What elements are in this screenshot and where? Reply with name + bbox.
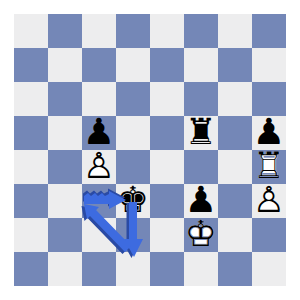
square-b5[interactable] — [48, 116, 82, 150]
square-b8[interactable] — [48, 14, 82, 48]
square-h1[interactable] — [252, 252, 286, 286]
square-h7[interactable] — [252, 48, 286, 82]
square-d8[interactable] — [116, 14, 150, 48]
square-e3[interactable] — [150, 184, 184, 218]
square-e6[interactable] — [150, 82, 184, 116]
square-f8[interactable] — [184, 14, 218, 48]
square-f2[interactable]: ♚♔ — [184, 218, 218, 252]
square-d3[interactable]: ♚ — [116, 184, 150, 218]
square-c8[interactable] — [82, 14, 116, 48]
piece-white-pawn-h3[interactable]: ♟♙ — [252, 184, 286, 218]
square-g8[interactable] — [218, 14, 252, 48]
square-c7[interactable] — [82, 48, 116, 82]
square-f1[interactable] — [184, 252, 218, 286]
square-e5[interactable] — [150, 116, 184, 150]
square-a5[interactable] — [14, 116, 48, 150]
square-d7[interactable] — [116, 48, 150, 82]
square-e1[interactable] — [150, 252, 184, 286]
chess-diagram-page: { "game": "chess", "board": { "rows": 8,… — [0, 0, 300, 300]
chess-board: ♟♜♟♟♙♜♖♚♟♟♙♚♔ — [14, 14, 286, 286]
square-b3[interactable] — [48, 184, 82, 218]
square-a2[interactable] — [14, 218, 48, 252]
square-a1[interactable] — [14, 252, 48, 286]
square-b1[interactable] — [48, 252, 82, 286]
square-e7[interactable] — [150, 48, 184, 82]
square-g4[interactable] — [218, 150, 252, 184]
piece-white-pawn-c4[interactable]: ♟♙ — [82, 150, 116, 184]
square-g2[interactable] — [218, 218, 252, 252]
square-b7[interactable] — [48, 48, 82, 82]
square-c1[interactable] — [82, 252, 116, 286]
square-g6[interactable] — [218, 82, 252, 116]
square-h3[interactable]: ♟♙ — [252, 184, 286, 218]
square-g7[interactable] — [218, 48, 252, 82]
square-f7[interactable] — [184, 48, 218, 82]
piece-white-king-f2[interactable]: ♚♔ — [184, 218, 218, 252]
square-a6[interactable] — [14, 82, 48, 116]
square-b2[interactable] — [48, 218, 82, 252]
square-d2[interactable] — [116, 218, 150, 252]
square-c4[interactable]: ♟♙ — [82, 150, 116, 184]
square-e8[interactable] — [150, 14, 184, 48]
piece-black-rook-f5[interactable]: ♜ — [184, 116, 218, 150]
square-d6[interactable] — [116, 82, 150, 116]
square-b6[interactable] — [48, 82, 82, 116]
square-d5[interactable] — [116, 116, 150, 150]
square-f5[interactable]: ♜ — [184, 116, 218, 150]
square-g5[interactable] — [218, 116, 252, 150]
square-g1[interactable] — [218, 252, 252, 286]
square-c3[interactable] — [82, 184, 116, 218]
square-a7[interactable] — [14, 48, 48, 82]
square-g3[interactable] — [218, 184, 252, 218]
square-h8[interactable] — [252, 14, 286, 48]
square-a8[interactable] — [14, 14, 48, 48]
square-a3[interactable] — [14, 184, 48, 218]
square-h2[interactable] — [252, 218, 286, 252]
piece-black-king-d3[interactable]: ♚ — [116, 184, 150, 218]
square-e2[interactable] — [150, 218, 184, 252]
square-e4[interactable] — [150, 150, 184, 184]
square-d1[interactable] — [116, 252, 150, 286]
square-b4[interactable] — [48, 150, 82, 184]
square-c2[interactable] — [82, 218, 116, 252]
square-a4[interactable] — [14, 150, 48, 184]
